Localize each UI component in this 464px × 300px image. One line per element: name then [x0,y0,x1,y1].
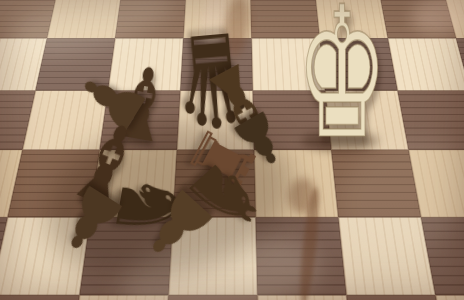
white-king-standing[interactable]: ♚ [296,0,387,164]
chessboard-photo-stage: ♝♟♛♝♟♜♝♞♞♟♟♚ [0,0,464,300]
pieces-layer: ♝♟♛♝♟♜♝♞♞♟♟♚ [0,0,464,300]
black-pawn-fallen-3[interactable]: ♟ [43,170,136,271]
